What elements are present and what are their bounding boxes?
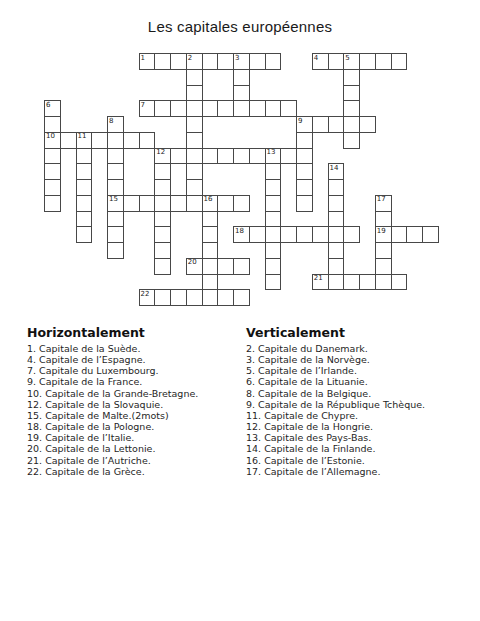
grid-cell[interactable] [170,148,187,165]
grid-cell[interactable] [44,132,61,149]
grid-cell[interactable] [44,100,61,117]
grid-cell[interactable] [170,100,187,117]
grid-cell[interactable] [186,69,203,86]
grid-cell[interactable] [249,226,266,243]
down-clue-item: 14. Capitale de la Finlande. [246,443,425,454]
grid-cell[interactable] [76,226,93,243]
grid-cell[interactable] [375,226,392,243]
down-clue-item: 9. Capitale de la République Tchèque. [246,399,425,410]
grid-cell[interactable] [154,179,171,196]
across-clue-item: 18. Capitale de la Pologne. [27,421,198,432]
grid-cell[interactable] [249,53,266,70]
grid-cell[interactable] [44,195,61,212]
grid-cell[interactable] [296,226,313,243]
grid-cell[interactable] [44,148,61,165]
grid-cell[interactable] [233,100,250,117]
grid-cell[interactable] [249,100,266,117]
grid-cell[interactable] [359,53,376,70]
grid-cell[interactable] [202,53,219,70]
grid-cell[interactable] [296,132,313,149]
grid-cell[interactable] [359,116,376,133]
across-clue-item: 22. Capitale de la Grèce. [27,466,198,477]
down-clue-item: 17. Capitale de l’Allemagne. [246,466,425,477]
grid-cell[interactable] [280,226,297,243]
grid-cell[interactable] [328,211,345,228]
grid-cell[interactable] [186,100,203,117]
grid-cell[interactable] [170,289,187,306]
crossword-page: Les capitales européennes 12345678910111… [0,0,480,621]
grid-cell[interactable] [343,132,360,149]
grid-cell[interactable] [44,163,61,180]
grid-cell[interactable] [265,163,282,180]
grid-cell[interactable] [328,274,345,291]
grid-cell[interactable] [202,242,219,259]
grid-cell[interactable] [265,53,282,70]
grid-cell[interactable] [186,132,203,149]
grid-cell[interactable] [107,242,124,259]
grid-cell[interactable] [217,289,234,306]
down-clue-list: 2. Capitale du Danemark.3. Capitale de l… [246,343,425,477]
grid-cell[interactable] [265,148,282,165]
grid-cell[interactable] [328,53,345,70]
grid-cell[interactable] [186,53,203,70]
grid-cell[interactable] [328,195,345,212]
grid-cell[interactable] [265,242,282,259]
grid-cell[interactable] [107,226,124,243]
grid-cell[interactable] [233,289,250,306]
down-clue-item: 11. Capitale de Chypre. [246,410,425,421]
grid-cell[interactable] [233,226,250,243]
grid-cell[interactable] [154,148,171,165]
across-clue-item: 20. Capitale de la Lettonie. [27,443,198,454]
across-clue-item: 4. Capitale de l’Espagne. [27,354,198,365]
down-clue-item: 3. Capitale de la Norvège. [246,354,425,365]
grid-cell[interactable] [265,179,282,196]
grid-cell[interactable] [375,211,392,228]
grid-cell[interactable] [265,258,282,275]
grid-cell[interactable] [202,195,219,212]
grid-cell[interactable] [233,69,250,86]
grid-cell[interactable] [202,289,219,306]
grid-cell[interactable] [375,53,392,70]
grid-cell[interactable] [123,195,140,212]
across-clue-item: 15. Capitale de Malte.(2mots) [27,410,198,421]
grid-cell[interactable] [328,179,345,196]
grid-cell[interactable] [186,289,203,306]
page-title: Les capitales européennes [0,18,480,35]
grid-cell[interactable] [107,211,124,228]
grid-cell[interactable] [202,258,219,275]
down-clue-item: 12. Capitale de la Hongrie. [246,421,425,432]
grid-cell[interactable] [76,148,93,165]
grid-cell[interactable] [296,163,313,180]
grid-cell[interactable] [186,195,203,212]
across-clue-item: 12. Capitale de la Slovaquie. [27,399,198,410]
grid-cell[interactable] [107,163,124,180]
grid-cell[interactable] [343,226,360,243]
grid-cell[interactable] [170,53,187,70]
grid-cell[interactable] [328,258,345,275]
grid-cell[interactable] [328,163,345,180]
grid-cell[interactable] [343,116,360,133]
across-heading: Horizontalement [27,326,198,340]
grid-cell[interactable] [202,100,219,117]
grid-cell[interactable] [233,258,250,275]
grid-cell[interactable] [76,179,93,196]
grid-cell[interactable] [391,274,408,291]
grid-cell[interactable] [312,226,329,243]
across-clues-section: Horizontalement 1. Capitale de la Suède.… [27,326,198,477]
grid-cell[interactable] [265,195,282,212]
down-clue-item: 16. Capitale de l’Estonie. [246,455,425,466]
down-clue-item: 8. Capitale de la Belgique. [246,388,425,399]
grid-cell[interactable] [154,289,171,306]
grid-cell[interactable] [422,226,439,243]
grid-cell[interactable] [375,242,392,259]
grid-cell[interactable] [217,195,234,212]
grid-cell[interactable] [139,289,156,306]
grid-cell[interactable] [186,116,203,133]
grid-cell[interactable] [296,179,313,196]
grid-cell[interactable] [375,195,392,212]
grid-cell[interactable] [233,195,250,212]
grid-cell[interactable] [406,226,423,243]
grid-cell[interactable] [280,100,297,117]
grid-cell[interactable] [343,69,360,86]
grid-cell[interactable] [107,132,124,149]
across-clue-item: 9. Capitale de la France. [27,376,198,387]
grid-cell[interactable] [186,85,203,102]
grid-cell[interactable] [296,195,313,212]
grid-cell[interactable] [391,53,408,70]
down-clues-section: Verticalement 2. Capitale du Danemark.3.… [246,326,425,477]
down-clue-item: 6. Capitale de la Lituanie. [246,376,425,387]
grid-cell[interactable] [186,148,203,165]
grid-cell[interactable] [186,258,203,275]
grid-cell[interactable] [202,148,219,165]
grid-cell[interactable] [328,242,345,259]
grid-cell[interactable] [186,163,203,180]
grid-cell[interactable] [154,100,171,117]
grid-cell[interactable] [107,195,124,212]
grid-cell[interactable] [76,195,93,212]
grid-cell[interactable] [375,274,392,291]
grid-cell[interactable] [312,116,329,133]
grid-cell[interactable] [249,148,266,165]
grid-cell[interactable] [343,53,360,70]
grid-cell[interactable] [107,148,124,165]
across-clue-item: 21. Capitale de l’Autriche. [27,455,198,466]
grid-cell[interactable] [217,53,234,70]
across-clue-item: 10. Capitale de la Grande-Bretagne. [27,388,198,399]
across-clue-list: 1. Capitale de la Suède.4. Capitale de l… [27,343,198,477]
crossword-grid: 12345678910111213141516171819202122 [44,53,439,306]
grid-cell[interactable] [139,53,156,70]
grid-cell[interactable] [154,226,171,243]
grid-cell[interactable] [265,274,282,291]
grid-cell[interactable] [233,53,250,70]
down-heading: Verticalement [246,326,425,340]
grid-cell[interactable] [391,226,408,243]
grid-cell[interactable] [170,195,187,212]
grid-cell[interactable] [343,274,360,291]
grid-cell[interactable] [202,211,219,228]
grid-cell[interactable] [233,148,250,165]
across-clue-item: 1. Capitale de la Suède. [27,343,198,354]
grid-cell[interactable] [154,195,171,212]
grid-cell[interactable] [328,226,345,243]
down-clue-item: 2. Capitale du Danemark. [246,343,425,354]
grid-cell[interactable] [44,116,61,133]
grid-cell[interactable] [202,274,219,291]
grid-cell[interactable] [139,195,156,212]
grid-cell[interactable] [343,100,360,117]
grid-cell[interactable] [217,258,234,275]
grid-cell[interactable] [154,53,171,70]
grid-cell[interactable] [296,116,313,133]
grid-cell[interactable] [107,116,124,133]
grid-cell[interactable] [217,148,234,165]
grid-cell[interactable] [202,226,219,243]
grid-cell[interactable] [186,179,203,196]
grid-cell[interactable] [139,132,156,149]
grid-cell[interactable] [154,258,171,275]
grid-cell[interactable] [343,85,360,102]
across-clue-item: 7. Capitale du Luxembourg. [27,365,198,376]
grid-cell[interactable] [44,179,61,196]
grid-cell[interactable] [217,100,234,117]
grid-cell[interactable] [76,211,93,228]
grid-cell[interactable] [139,100,156,117]
grid-cell[interactable] [296,148,313,165]
grid-cell[interactable] [154,163,171,180]
down-clue-item: 5. Capitale de l’Irlande. [246,365,425,376]
grid-cell[interactable] [60,132,77,149]
grid-cell[interactable] [107,179,124,196]
grid-cell[interactable] [91,132,108,149]
across-clue-item: 19. Capitale de l’Italie. [27,432,198,443]
grid-cell[interactable] [265,226,282,243]
grid-cell[interactable] [312,53,329,70]
grid-cell[interactable] [76,163,93,180]
grid-cell[interactable] [359,274,376,291]
grid-cell[interactable] [328,116,345,133]
grid-cell[interactable] [154,242,171,259]
grid-cell[interactable] [312,274,329,291]
down-clue-item: 13. Capitale des Pays-Bas. [246,432,425,443]
grid-cell[interactable] [265,211,282,228]
grid-cell[interactable] [233,85,250,102]
grid-cell[interactable] [76,132,93,149]
grid-cell[interactable] [280,148,297,165]
grid-cell[interactable] [123,132,140,149]
grid-cell[interactable] [265,100,282,117]
grid-cell[interactable] [154,211,171,228]
grid-cell[interactable] [375,258,392,275]
